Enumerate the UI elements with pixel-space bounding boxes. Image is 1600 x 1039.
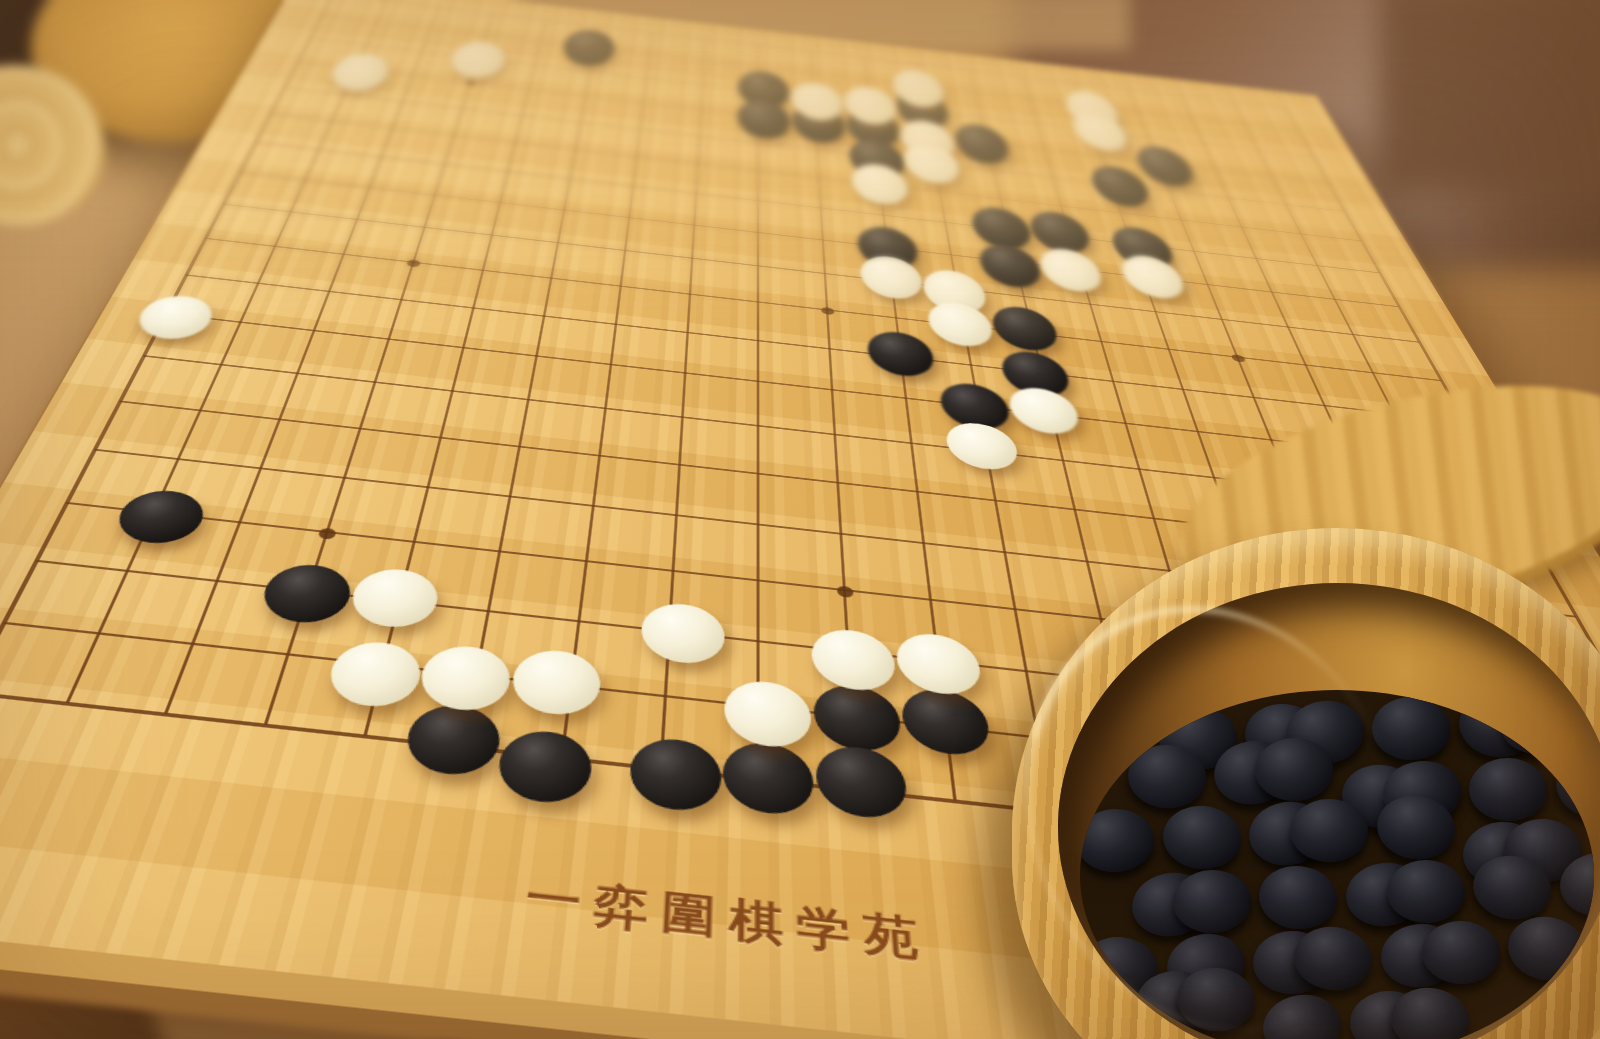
star-point [836, 585, 853, 598]
white-stone [416, 642, 515, 714]
black-stone [401, 701, 505, 779]
black-stone [627, 734, 721, 814]
white-stone [811, 626, 898, 694]
white-stone [345, 565, 443, 631]
white-stone [639, 600, 725, 667]
black-stone [256, 561, 358, 627]
white-stone [508, 646, 603, 718]
black-stone [899, 686, 992, 759]
black-stone [723, 738, 815, 817]
bowl-black-stone [1468, 757, 1548, 823]
black-stone [108, 486, 211, 546]
star-point [1230, 354, 1246, 363]
star-point [317, 527, 337, 539]
board-brand-label: 一弈圍棋学苑 [393, 854, 1062, 988]
black-stone [815, 742, 909, 821]
bowl-black-stone [1372, 697, 1451, 761]
white-stone [724, 678, 812, 752]
bowl-black-stone [1551, 748, 1594, 824]
focus-blur-overlay [0, 0, 1600, 330]
black-stone [813, 682, 903, 755]
white-stone [1006, 385, 1084, 437]
bowl-black-stone [1387, 983, 1473, 1039]
white-stone [944, 419, 1022, 472]
black-stone [494, 726, 595, 806]
white-stone [322, 638, 426, 710]
black-stone [865, 328, 935, 379]
photo-scene: 一弈圍棋学苑 [0, 0, 1600, 1039]
white-stone [894, 630, 984, 698]
bowl-black-stone [1503, 911, 1591, 987]
